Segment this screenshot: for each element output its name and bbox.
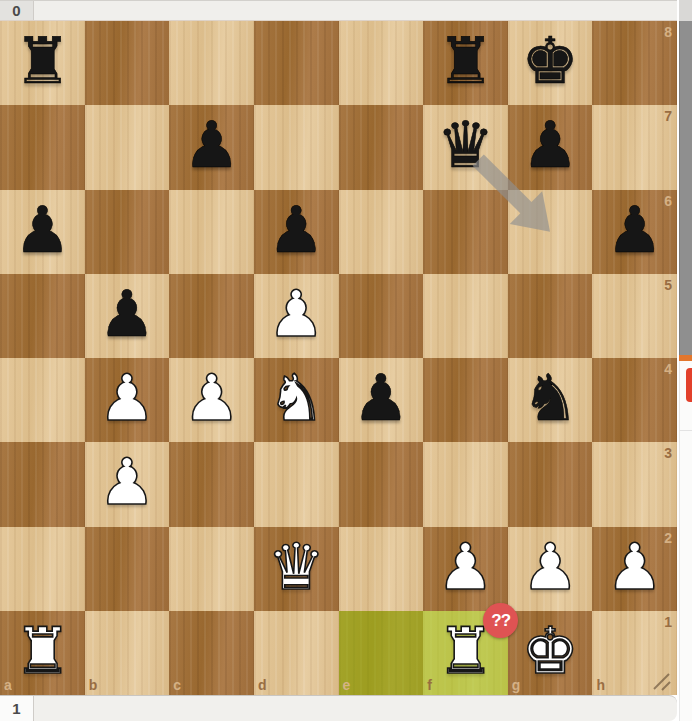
square-f4[interactable]	[423, 358, 508, 442]
square-f8[interactable]: ♜	[423, 21, 508, 105]
rank-label-5: 5	[664, 278, 672, 292]
piece-white-knight-d4[interactable]: ♞	[254, 358, 339, 440]
square-a6[interactable]: ♟	[0, 190, 85, 274]
piece-black-pawn-c7[interactable]: ♟	[169, 105, 254, 187]
chess-board: ♜♜♚8♟♛♟7♟♟6♟♟♟5♟♟♞♟♞4♟3♛♟♟2♟a♜bcdef♜g♚1h	[0, 21, 677, 695]
file-label-g: g	[512, 678, 521, 692]
rank-label-2: 2	[664, 531, 672, 545]
square-b3[interactable]: ♟	[85, 442, 170, 526]
square-d8[interactable]	[254, 21, 339, 105]
file-label-a: a	[4, 678, 12, 692]
chess-analysis-app: 0 ♜♜♚8♟♛♟7♟♟6♟♟♟5♟♟♞♟♞4♟3♛♟♟2♟a♜bcdef♜g♚…	[0, 0, 692, 721]
scrollbar-rail-top	[679, 0, 692, 21]
square-e2[interactable]	[339, 527, 424, 611]
rank-label-4: 4	[664, 362, 672, 376]
square-g8[interactable]: ♚	[508, 21, 593, 105]
file-label-c: c	[173, 678, 181, 692]
square-g1[interactable]: g♚	[508, 611, 593, 695]
square-e6[interactable]	[339, 190, 424, 274]
scrollbar-thumb[interactable]	[679, 21, 692, 355]
square-b2[interactable]	[85, 527, 170, 611]
square-f5[interactable]	[423, 274, 508, 358]
square-d2[interactable]: ♛	[254, 527, 339, 611]
square-d4[interactable]: ♞	[254, 358, 339, 442]
square-b6[interactable]	[85, 190, 170, 274]
move-bar-bottom: 1	[0, 695, 677, 721]
file-label-h: h	[596, 678, 605, 692]
square-c3[interactable]	[169, 442, 254, 526]
square-f3[interactable]	[423, 442, 508, 526]
square-a2[interactable]	[0, 527, 85, 611]
square-a5[interactable]	[0, 274, 85, 358]
square-d7[interactable]	[254, 105, 339, 189]
square-h8[interactable]: 8	[592, 21, 677, 105]
square-b1[interactable]: b	[85, 611, 170, 695]
square-a4[interactable]	[0, 358, 85, 442]
piece-white-queen-d2[interactable]: ♛	[254, 527, 339, 609]
square-c6[interactable]	[169, 190, 254, 274]
square-f7[interactable]: ♛	[423, 105, 508, 189]
file-label-e: e	[343, 678, 351, 692]
piece-black-pawn-a6[interactable]: ♟	[0, 190, 85, 272]
square-e3[interactable]	[339, 442, 424, 526]
square-b8[interactable]	[85, 21, 170, 105]
square-e7[interactable]	[339, 105, 424, 189]
square-h5[interactable]: 5	[592, 274, 677, 358]
square-h7[interactable]: 7	[592, 105, 677, 189]
square-g7[interactable]: ♟	[508, 105, 593, 189]
piece-black-knight-g4[interactable]: ♞	[508, 358, 593, 440]
square-h3[interactable]: 3	[592, 442, 677, 526]
square-d3[interactable]	[254, 442, 339, 526]
piece-black-pawn-d6[interactable]: ♟	[254, 190, 339, 272]
square-a7[interactable]	[0, 105, 85, 189]
square-h4[interactable]: 4	[592, 358, 677, 442]
square-d5[interactable]: ♟	[254, 274, 339, 358]
piece-white-rook-a1[interactable]: ♜	[0, 611, 85, 693]
square-c5[interactable]	[169, 274, 254, 358]
square-f6[interactable]	[423, 190, 508, 274]
scrollbar-track-divider	[679, 430, 692, 431]
move-number-cell-bottom[interactable]: 1	[0, 696, 34, 721]
move-number-cell-top[interactable]: 0	[0, 1, 34, 20]
piece-white-pawn-g2[interactable]: ♟	[508, 527, 593, 609]
square-c8[interactable]	[169, 21, 254, 105]
square-b7[interactable]	[85, 105, 170, 189]
rank-label-3: 3	[664, 446, 672, 460]
piece-white-pawn-d5[interactable]: ♟	[254, 274, 339, 356]
square-e5[interactable]	[339, 274, 424, 358]
file-label-d: d	[258, 678, 267, 692]
piece-black-rook-f8[interactable]: ♜	[423, 21, 508, 103]
square-a1[interactable]: a♜	[0, 611, 85, 695]
square-d1[interactable]: d	[254, 611, 339, 695]
piece-black-pawn-b5[interactable]: ♟	[85, 274, 170, 356]
rank-label-6: 6	[664, 194, 672, 208]
square-a3[interactable]	[0, 442, 85, 526]
square-h2[interactable]: 2♟	[592, 527, 677, 611]
piece-black-pawn-g7[interactable]: ♟	[508, 105, 593, 187]
square-b4[interactable]: ♟	[85, 358, 170, 442]
piece-white-king-g1[interactable]: ♚	[508, 611, 593, 693]
square-d6[interactable]: ♟	[254, 190, 339, 274]
piece-white-pawn-b4[interactable]: ♟	[85, 358, 170, 440]
board-resize-handle-icon[interactable]	[651, 672, 673, 692]
square-e1[interactable]: e	[339, 611, 424, 695]
scrollbar-red-marker	[686, 368, 692, 402]
square-e4[interactable]: ♟	[339, 358, 424, 442]
square-c7[interactable]: ♟	[169, 105, 254, 189]
square-g4[interactable]: ♞	[508, 358, 593, 442]
square-c1[interactable]: c	[169, 611, 254, 695]
piece-white-pawn-b3[interactable]: ♟	[85, 442, 170, 524]
piece-black-rook-a8[interactable]: ♜	[0, 21, 85, 103]
scrollbar-track[interactable]	[679, 361, 692, 721]
rank-label-1: 1	[664, 615, 672, 629]
square-f2[interactable]: ♟	[423, 527, 508, 611]
piece-black-king-g8[interactable]: ♚	[508, 21, 593, 103]
piece-white-pawn-f2[interactable]: ♟	[423, 527, 508, 609]
piece-white-pawn-c4[interactable]: ♟	[169, 358, 254, 440]
rank-label-8: 8	[664, 25, 672, 39]
square-g5[interactable]	[508, 274, 593, 358]
square-g2[interactable]: ♟	[508, 527, 593, 611]
square-e8[interactable]	[339, 21, 424, 105]
square-c2[interactable]	[169, 527, 254, 611]
file-label-f: f	[427, 678, 432, 692]
file-label-b: b	[89, 678, 98, 692]
piece-black-queen-f7[interactable]: ♛	[423, 105, 508, 187]
square-c4[interactable]: ♟	[169, 358, 254, 442]
scrollbar-rail	[677, 0, 692, 721]
square-a8[interactable]: ♜	[0, 21, 85, 105]
rank-label-7: 7	[664, 109, 672, 123]
move-bar-top: 0	[0, 0, 677, 21]
square-g3[interactable]	[508, 442, 593, 526]
square-b5[interactable]: ♟	[85, 274, 170, 358]
piece-black-pawn-e4[interactable]: ♟	[339, 358, 424, 440]
square-h6[interactable]: 6♟	[592, 190, 677, 274]
square-g6[interactable]	[508, 190, 593, 274]
